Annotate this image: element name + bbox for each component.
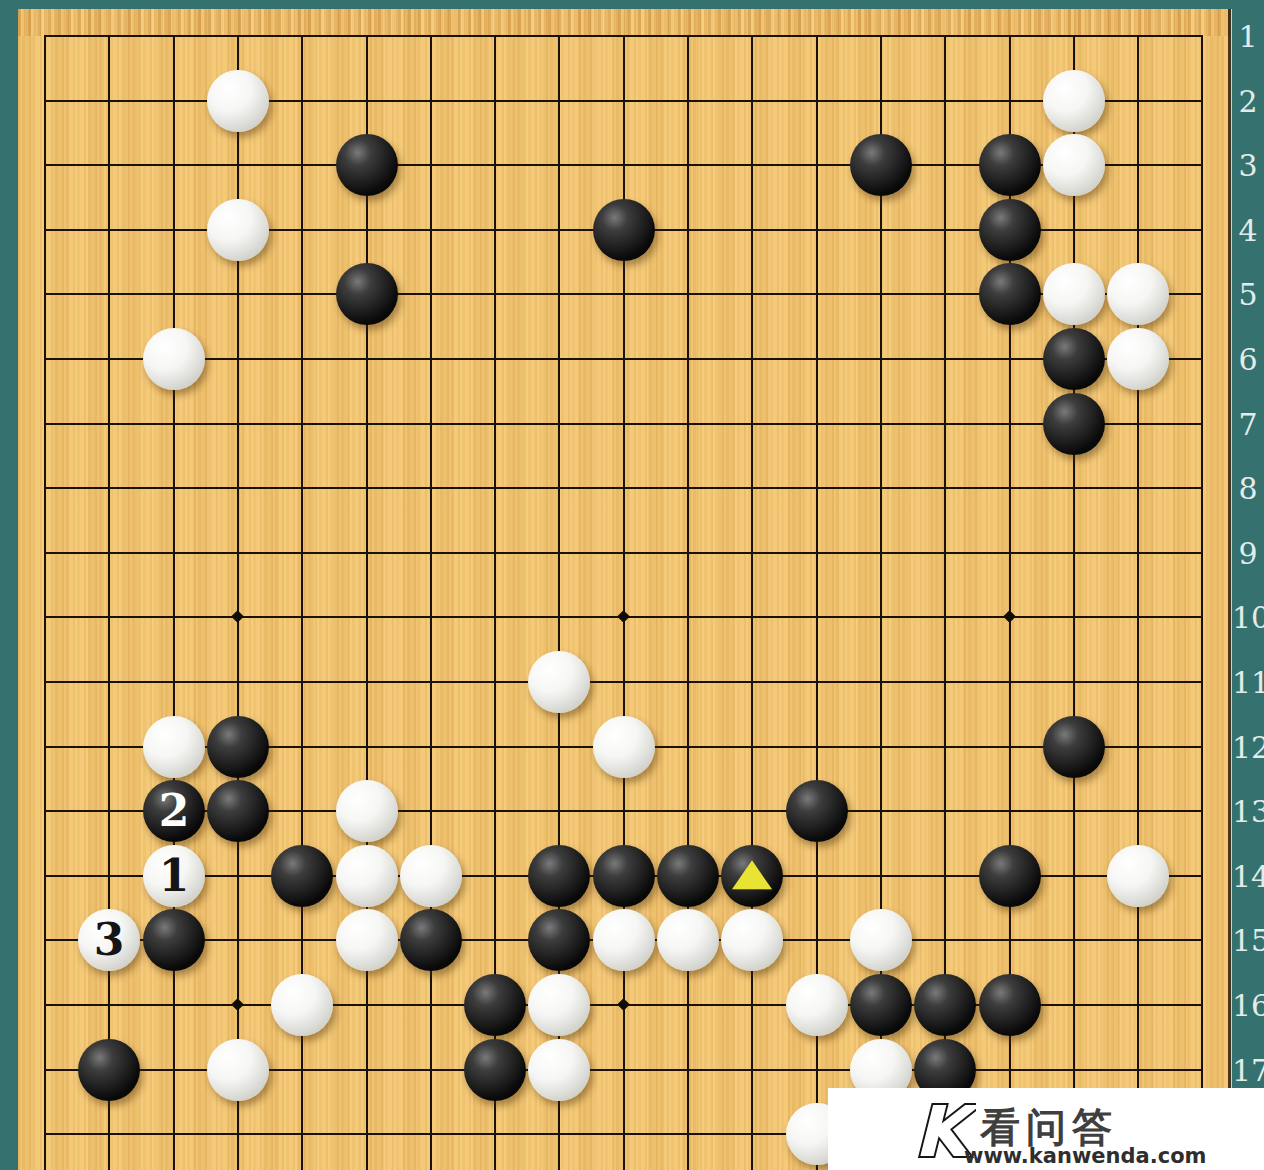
grid-vline-6 — [366, 35, 368, 1170]
stone-white-5-16 — [271, 974, 333, 1036]
stone-black-16-16 — [979, 974, 1041, 1036]
stone-white-10-12 — [593, 716, 655, 778]
grid-vline-19 — [1201, 35, 1203, 1170]
stone-white-9-16 — [528, 974, 590, 1036]
stone-black-15-16 — [914, 974, 976, 1036]
watermark-url: www.kanwenda.com — [964, 1144, 1206, 1168]
stone-white-4-4 — [207, 199, 269, 261]
stone-black-9-14 — [528, 845, 590, 907]
stone-white-14-15 — [850, 909, 912, 971]
grid-hline-8 — [44, 487, 1203, 489]
grid-hline-1 — [44, 35, 1203, 37]
stone-white-18-6 — [1107, 328, 1169, 390]
board-right-edge — [1228, 9, 1231, 1170]
stone-black-12-14 — [721, 845, 783, 907]
row-label-10: 10 — [1232, 600, 1264, 635]
grid-vline-1 — [44, 35, 46, 1170]
stone-black-8-17 — [464, 1039, 526, 1101]
stone-black-4-13 — [207, 780, 269, 842]
row-label-14: 14 — [1232, 859, 1264, 894]
stone-white-4-2 — [207, 70, 269, 132]
row-label-13: 13 — [1232, 794, 1264, 829]
row-label-15: 15 — [1232, 923, 1264, 958]
stone-black-17-6 — [1043, 328, 1105, 390]
board-top-grain — [18, 9, 1232, 36]
stone-black-9-15 — [528, 909, 590, 971]
stone-black-10-14 — [593, 845, 655, 907]
stone-black-10-4 — [593, 199, 655, 261]
stone-white-6-13 — [336, 780, 398, 842]
move-number-1: 1 — [159, 845, 190, 907]
row-label-8: 8 — [1232, 471, 1264, 506]
watermark-box: K 看问答 www.kanwenda.com — [828, 1088, 1264, 1170]
grid-hline-9 — [44, 552, 1203, 554]
row-label-1: 1 — [1232, 19, 1264, 54]
stone-black-3-13: 2 — [143, 780, 205, 842]
grid-vline-11 — [687, 35, 689, 1170]
move-number-2: 2 — [159, 780, 190, 842]
stone-black-5-14 — [271, 845, 333, 907]
row-label-16: 16 — [1232, 988, 1264, 1023]
stone-black-6-5 — [336, 263, 398, 325]
row-label-12: 12 — [1232, 730, 1264, 765]
stone-black-17-12 — [1043, 716, 1105, 778]
stone-white-3-6 — [143, 328, 205, 390]
move-number-3: 3 — [94, 909, 125, 971]
grid-vline-3 — [173, 35, 175, 1170]
stone-black-13-13 — [786, 780, 848, 842]
stone-black-8-16 — [464, 974, 526, 1036]
row-label-7: 7 — [1232, 407, 1264, 442]
stone-white-7-14 — [400, 845, 462, 907]
stone-white-17-2 — [1043, 70, 1105, 132]
row-label-11: 11 — [1232, 665, 1264, 700]
stone-white-18-14 — [1107, 845, 1169, 907]
stone-white-12-15 — [721, 909, 783, 971]
stone-black-14-3 — [850, 134, 912, 196]
row-label-3: 3 — [1232, 148, 1264, 183]
stone-black-3-15 — [143, 909, 205, 971]
grid-hline-7 — [44, 423, 1203, 425]
stone-white-11-15 — [657, 909, 719, 971]
grid-vline-18 — [1137, 35, 1139, 1170]
stone-black-11-14 — [657, 845, 719, 907]
stone-white-17-5 — [1043, 263, 1105, 325]
stone-white-4-17 — [207, 1039, 269, 1101]
stone-white-9-17 — [528, 1039, 590, 1101]
stone-white-9-11 — [528, 651, 590, 713]
stone-black-16-14 — [979, 845, 1041, 907]
row-label-9: 9 — [1232, 536, 1264, 571]
stone-white-10-15 — [593, 909, 655, 971]
stone-black-16-5 — [979, 263, 1041, 325]
row-label-2: 2 — [1232, 84, 1264, 119]
row-label-4: 4 — [1232, 213, 1264, 248]
row-label-17: 17 — [1232, 1053, 1264, 1088]
grid-vline-7 — [430, 35, 432, 1170]
row-label-6: 6 — [1232, 342, 1264, 377]
stone-black-16-4 — [979, 199, 1041, 261]
stone-white-13-16 — [786, 974, 848, 1036]
stone-black-6-3 — [336, 134, 398, 196]
grid-vline-2 — [108, 35, 110, 1170]
go-diagram-page: 1234567891011121314151617 213 K 看问答 www.… — [0, 0, 1264, 1170]
stone-black-16-3 — [979, 134, 1041, 196]
stone-white-6-14 — [336, 845, 398, 907]
row-label-5: 5 — [1232, 277, 1264, 312]
grid-hline-11 — [44, 681, 1203, 683]
grid-vline-17 — [1073, 35, 1075, 1170]
grid-hline-6 — [44, 358, 1203, 360]
stone-white-3-14: 1 — [143, 845, 205, 907]
stone-black-14-16 — [850, 974, 912, 1036]
stone-white-17-3 — [1043, 134, 1105, 196]
triangle-marker-icon — [732, 860, 772, 889]
stone-black-2-17 — [78, 1039, 140, 1101]
stone-black-7-15 — [400, 909, 462, 971]
stone-white-3-12 — [143, 716, 205, 778]
stone-black-17-7 — [1043, 393, 1105, 455]
stone-white-2-15: 3 — [78, 909, 140, 971]
stone-white-6-15 — [336, 909, 398, 971]
stone-white-18-5 — [1107, 263, 1169, 325]
grid-vline-12 — [751, 35, 753, 1170]
stone-black-4-12 — [207, 716, 269, 778]
